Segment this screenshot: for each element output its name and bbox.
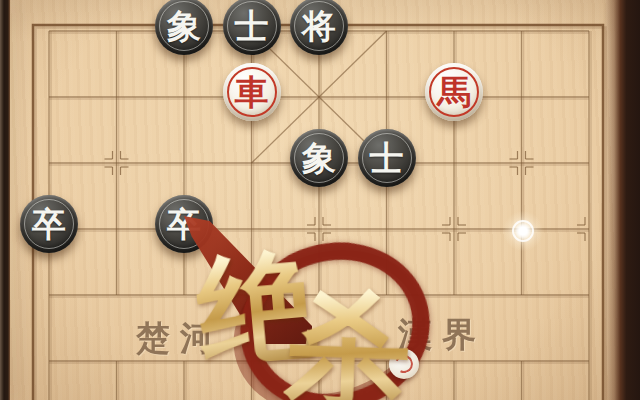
piece-black-soldier[interactable]: 卒 (20, 195, 78, 253)
piece-red-chariot[interactable]: 車 (223, 63, 281, 121)
board-frame-left (0, 0, 10, 400)
piece-black-elephant[interactable]: 象 (290, 129, 348, 187)
piece-glyph: 将 (302, 9, 336, 43)
piece-black-advisor[interactable]: 士 (358, 129, 416, 187)
xiangqi-game-screen: 楚河 漢界 象士将車馬象士卒卒 绝 杀 (0, 0, 640, 400)
piece-glyph: 象 (167, 9, 201, 43)
piece-glyph: 卒 (32, 207, 66, 241)
piece-glyph: 士 (370, 141, 404, 175)
piece-glyph: 象 (302, 141, 336, 175)
piece-glyph: 車 (235, 75, 269, 109)
board-frame-right (604, 0, 640, 400)
piece-red-horse[interactable]: 馬 (425, 63, 483, 121)
piece-glyph: 馬 (437, 75, 471, 109)
piece-black-advisor[interactable]: 士 (223, 0, 281, 55)
piece-glyph: 士 (235, 9, 269, 43)
watermark-char-sha: 杀 (283, 286, 413, 400)
